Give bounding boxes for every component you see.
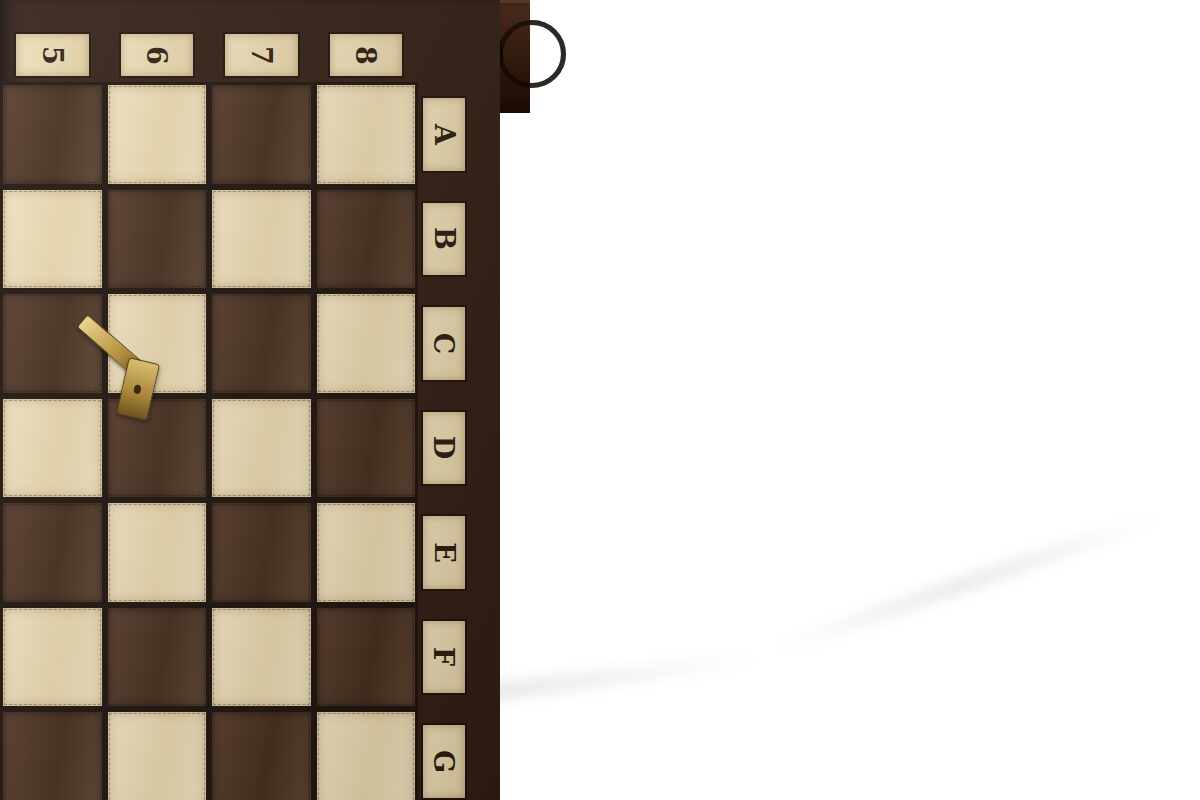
square-c8: [314, 291, 419, 396]
label-rank-5-top-text: 5: [39, 46, 66, 65]
square-g6: [105, 709, 210, 800]
square-f8: [314, 605, 419, 710]
square-e7: [209, 500, 314, 605]
square-g8: [314, 709, 419, 800]
label-file-c-right-text: C: [431, 333, 458, 355]
label-rank-8-top: 8: [328, 32, 405, 78]
label-file-a-right-text: A: [430, 124, 457, 145]
label-rank-6-top: 6: [119, 32, 196, 78]
label-file-c-right: C: [421, 305, 467, 382]
label-file-g-right: G: [421, 723, 467, 800]
square-f7: [209, 605, 314, 710]
label-rank-6-top-text: 6: [143, 46, 170, 65]
label-rank-8-top-text: 8: [352, 46, 379, 65]
label-file-a-right: A: [421, 96, 467, 173]
square-f5: [0, 605, 105, 710]
label-file-b-right-text: B: [430, 227, 457, 250]
square-d8: [314, 396, 419, 501]
label-file-e-right: E: [421, 514, 467, 591]
square-a6: [105, 82, 210, 187]
square-d7: [209, 396, 314, 501]
square-g7: [209, 709, 314, 800]
square-a5: [0, 82, 105, 187]
square-e6: [105, 500, 210, 605]
label-file-e-right-text: E: [431, 542, 458, 563]
square-b5: [0, 187, 105, 292]
table-shadow-right: [759, 505, 1171, 662]
label-file-f-right-text: F: [430, 647, 457, 666]
clasp-hole: [133, 384, 142, 394]
square-g5: [0, 709, 105, 800]
brass-clasp: [62, 296, 182, 446]
label-file-b-right: B: [421, 201, 467, 278]
label-file-d-right: D: [421, 410, 467, 487]
square-e8: [314, 500, 419, 605]
label-file-g-right-text: G: [431, 750, 458, 773]
label-rank-7-top: 7: [223, 32, 300, 78]
label-rank-7-top-text: 7: [248, 46, 275, 65]
square-a7: [209, 82, 314, 187]
carved-ring: [498, 20, 566, 88]
label-file-f-right: F: [421, 619, 467, 696]
square-e5: [0, 500, 105, 605]
square-f6: [105, 605, 210, 710]
square-b8: [314, 187, 419, 292]
square-b7: [209, 187, 314, 292]
square-b6: [105, 187, 210, 292]
square-a8: [314, 82, 419, 187]
label-rank-5-top: 5: [14, 32, 91, 78]
square-c7: [209, 291, 314, 396]
chessboard-photo: ABCDEFGH11223344 ABCDEFGH55667788 ♜♞♝♛♚♝…: [0, 0, 1200, 800]
label-file-d-right-text: D: [430, 436, 457, 459]
